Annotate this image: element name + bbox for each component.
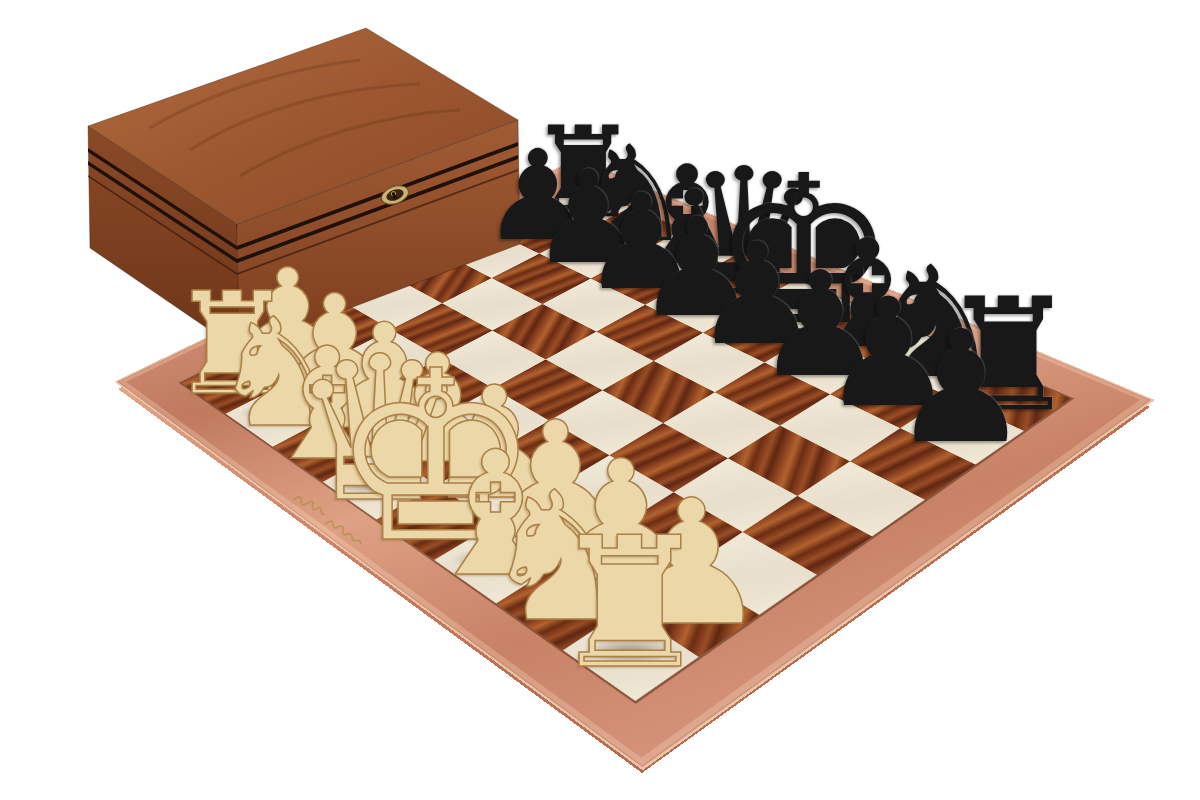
- wooden-storage-box: [0, 0, 600, 400]
- chess-set-product-photo: ♜♞♝♛♚♝♞♜♟♟♟♟♟♟♟♟♟♟♟♟♟♟♟♟♜♞♝♛♚♝♞♜: [0, 0, 1200, 800]
- maker-signature-script: [293, 490, 403, 560]
